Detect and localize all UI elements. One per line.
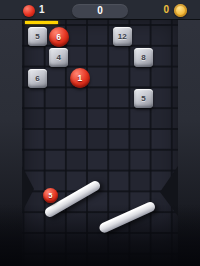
ball-count-icon <box>23 5 35 17</box>
grid-block: 8 <box>134 48 153 67</box>
grid-block: 5 <box>28 27 47 46</box>
ball-count-label: 1 <box>39 3 45 16</box>
coin-count-label: 0 <box>163 3 169 16</box>
grid-block: 4 <box>49 48 68 67</box>
grid-ball: 1 <box>70 68 90 88</box>
score-display: 0 <box>72 4 128 18</box>
grid-block: 12 <box>113 27 132 46</box>
coin-icon <box>174 4 187 17</box>
game-screen[interactable]: 561248615 1 0 0 5 <box>0 0 200 266</box>
grid-block: 5 <box>134 89 153 108</box>
grid-block: 6 <box>28 69 47 88</box>
hud-bar: 1 0 0 <box>0 0 200 19</box>
progress-bar <box>25 21 58 24</box>
grid-ball: 6 <box>49 27 69 47</box>
active-ball: 5 <box>43 188 58 203</box>
